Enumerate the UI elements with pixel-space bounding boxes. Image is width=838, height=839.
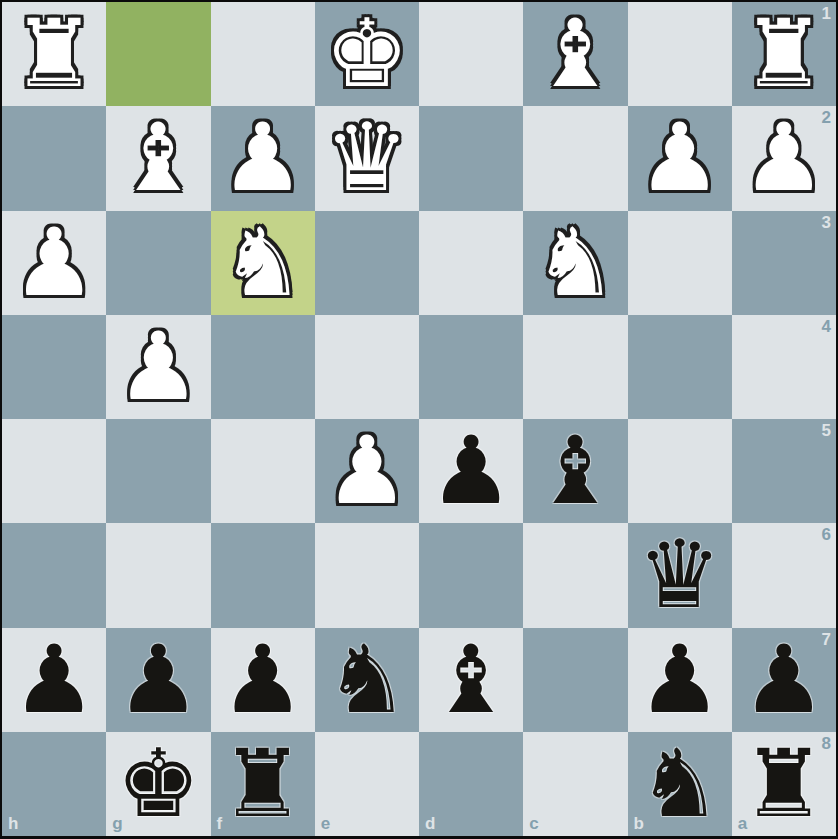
square-d3[interactable]: [419, 211, 523, 315]
square-c5[interactable]: ♝: [523, 419, 627, 523]
square-h8[interactable]: h: [2, 732, 106, 836]
white-bishop-g2[interactable]: ♝: [106, 106, 210, 210]
square-c2[interactable]: [523, 106, 627, 210]
square-g8[interactable]: ♚g: [106, 732, 210, 836]
square-e3[interactable]: [315, 211, 419, 315]
square-f8[interactable]: ♜f: [211, 732, 315, 836]
square-c8[interactable]: c: [523, 732, 627, 836]
square-f2[interactable]: ♟: [211, 106, 315, 210]
square-a5[interactable]: 5: [732, 419, 836, 523]
white-pawn-a2[interactable]: ♟: [732, 106, 836, 210]
square-b7[interactable]: ♟: [628, 628, 732, 732]
black-pawn-g7[interactable]: ♟: [106, 628, 210, 732]
square-b3[interactable]: [628, 211, 732, 315]
white-bishop-c1[interactable]: ♝: [523, 2, 627, 106]
square-f5[interactable]: [211, 419, 315, 523]
square-e8[interactable]: e: [315, 732, 419, 836]
square-d7[interactable]: ♝: [419, 628, 523, 732]
white-queen-e2[interactable]: ♛: [315, 106, 419, 210]
square-d4[interactable]: [419, 315, 523, 419]
square-c6[interactable]: [523, 523, 627, 627]
black-rook-f8[interactable]: ♜: [211, 732, 315, 836]
file-label-h: h: [8, 815, 18, 832]
square-c4[interactable]: [523, 315, 627, 419]
white-king-e1[interactable]: ♚: [315, 2, 419, 106]
square-g3[interactable]: [106, 211, 210, 315]
rank-label-5: 5: [822, 422, 831, 439]
file-label-c: c: [529, 815, 538, 832]
square-e2[interactable]: ♛: [315, 106, 419, 210]
white-pawn-b2[interactable]: ♟: [628, 106, 732, 210]
square-f7[interactable]: ♟: [211, 628, 315, 732]
square-e4[interactable]: [315, 315, 419, 419]
black-pawn-b7[interactable]: ♟: [628, 628, 732, 732]
black-knight-b8[interactable]: ♞: [628, 732, 732, 836]
square-e7[interactable]: ♞: [315, 628, 419, 732]
square-f3[interactable]: ♞: [211, 211, 315, 315]
white-pawn-f2[interactable]: ♟: [211, 106, 315, 210]
square-a2[interactable]: ♟2: [732, 106, 836, 210]
square-g6[interactable]: [106, 523, 210, 627]
square-f4[interactable]: [211, 315, 315, 419]
square-h4[interactable]: [2, 315, 106, 419]
square-a3[interactable]: 3: [732, 211, 836, 315]
white-pawn-h3[interactable]: ♟: [2, 211, 106, 315]
white-pawn-e5[interactable]: ♟: [315, 419, 419, 523]
square-d2[interactable]: [419, 106, 523, 210]
white-pawn-g4[interactable]: ♟: [106, 315, 210, 419]
square-a4[interactable]: 4: [732, 315, 836, 419]
square-c1[interactable]: ♝: [523, 2, 627, 106]
black-pawn-d5[interactable]: ♟: [419, 419, 523, 523]
square-h7[interactable]: ♟: [2, 628, 106, 732]
square-b5[interactable]: [628, 419, 732, 523]
black-bishop-c5[interactable]: ♝: [523, 419, 627, 523]
square-b2[interactable]: ♟: [628, 106, 732, 210]
square-c3[interactable]: ♞: [523, 211, 627, 315]
square-h5[interactable]: [2, 419, 106, 523]
square-b8[interactable]: ♞b: [628, 732, 732, 836]
square-a6[interactable]: 6: [732, 523, 836, 627]
square-d6[interactable]: [419, 523, 523, 627]
square-d8[interactable]: d: [419, 732, 523, 836]
square-h2[interactable]: [2, 106, 106, 210]
rank-label-6: 6: [822, 526, 831, 543]
square-e1[interactable]: ♚: [315, 2, 419, 106]
file-label-e: e: [321, 815, 330, 832]
square-h3[interactable]: ♟: [2, 211, 106, 315]
square-g2[interactable]: ♝: [106, 106, 210, 210]
black-pawn-f7[interactable]: ♟: [211, 628, 315, 732]
black-bishop-d7[interactable]: ♝: [419, 628, 523, 732]
black-knight-e7[interactable]: ♞: [315, 628, 419, 732]
square-a7[interactable]: ♟7: [732, 628, 836, 732]
square-g7[interactable]: ♟: [106, 628, 210, 732]
white-rook-h1[interactable]: ♜: [2, 2, 106, 106]
rank-label-3: 3: [822, 214, 831, 231]
white-knight-c3[interactable]: ♞: [523, 211, 627, 315]
black-rook-a8[interactable]: ♜: [732, 732, 836, 836]
square-g4[interactable]: ♟: [106, 315, 210, 419]
rank-label-4: 4: [822, 318, 831, 335]
square-g5[interactable]: [106, 419, 210, 523]
square-h6[interactable]: [2, 523, 106, 627]
square-d1[interactable]: [419, 2, 523, 106]
chess-board: ♜♚♝♜1♝♟♛♟♟2♟♞♞3♟4♟♟♝5♛6♟♟♟♞♝♟♟7h♚g♜fedc♞…: [0, 0, 838, 839]
square-e6[interactable]: [315, 523, 419, 627]
square-f1[interactable]: [211, 2, 315, 106]
white-knight-f3[interactable]: ♞: [211, 211, 315, 315]
square-b6[interactable]: ♛: [628, 523, 732, 627]
square-b1[interactable]: [628, 2, 732, 106]
square-a1[interactable]: ♜1: [732, 2, 836, 106]
black-queen-b6[interactable]: ♛: [628, 523, 732, 627]
square-a8[interactable]: ♜8a: [732, 732, 836, 836]
black-pawn-h7[interactable]: ♟: [2, 628, 106, 732]
square-f6[interactable]: [211, 523, 315, 627]
black-king-g8[interactable]: ♚: [106, 732, 210, 836]
square-h1[interactable]: ♜: [2, 2, 106, 106]
square-c7[interactable]: [523, 628, 627, 732]
square-e5[interactable]: ♟: [315, 419, 419, 523]
white-rook-a1[interactable]: ♜: [732, 2, 836, 106]
square-g1[interactable]: [106, 2, 210, 106]
black-pawn-a7[interactable]: ♟: [732, 628, 836, 732]
file-label-d: d: [425, 815, 435, 832]
square-b4[interactable]: [628, 315, 732, 419]
square-d5[interactable]: ♟: [419, 419, 523, 523]
